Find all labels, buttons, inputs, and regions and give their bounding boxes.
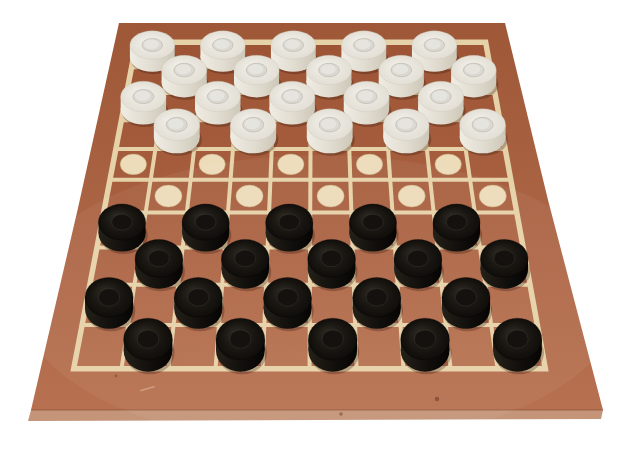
piece-recess-highlight xyxy=(283,91,298,101)
piece-recess xyxy=(112,214,133,230)
black-piece[interactable] xyxy=(263,277,313,331)
black-piece[interactable] xyxy=(308,239,358,291)
piece-recess-highlight xyxy=(135,91,150,101)
white-piece[interactable] xyxy=(230,109,278,156)
piece-recess-highlight xyxy=(397,118,413,129)
piece-recess xyxy=(137,330,158,348)
piece-recess xyxy=(407,250,428,267)
piece-recess-highlight xyxy=(285,39,300,49)
white-piece[interactable] xyxy=(154,109,202,156)
piece-recess-highlight xyxy=(321,118,337,129)
piece-recess-highlight xyxy=(355,39,370,49)
piece-recess xyxy=(235,250,256,267)
black-piece[interactable] xyxy=(401,318,452,374)
piece-recess-highlight xyxy=(209,91,224,101)
piece-recess xyxy=(279,214,300,230)
piece-recess xyxy=(230,330,251,348)
piece-recess-highlight xyxy=(176,64,191,74)
piece-recess-highlight xyxy=(214,39,229,49)
black-piece[interactable] xyxy=(182,204,231,254)
piece-recess xyxy=(363,214,384,230)
piece-recess-highlight xyxy=(358,91,373,101)
black-piece[interactable] xyxy=(442,277,492,331)
piece-recess-highlight xyxy=(474,118,490,129)
piece-recess xyxy=(148,250,169,267)
wood-knot xyxy=(435,397,439,401)
piece-recess xyxy=(98,289,119,307)
black-piece[interactable] xyxy=(480,239,530,291)
piece-recess-highlight xyxy=(168,118,184,129)
piece-recess-highlight xyxy=(245,118,261,129)
wood-knot xyxy=(115,375,118,378)
black-piece[interactable] xyxy=(308,318,359,374)
black-piece[interactable] xyxy=(85,277,135,331)
white-piece[interactable] xyxy=(460,109,508,156)
piece-recess xyxy=(277,289,298,307)
piece-recess-highlight xyxy=(393,64,408,74)
black-piece[interactable] xyxy=(135,239,185,291)
piece-recess xyxy=(321,250,342,267)
piece-recess xyxy=(494,250,515,267)
white-piece[interactable] xyxy=(383,109,431,156)
piece-recess xyxy=(366,289,387,307)
black-piece[interactable] xyxy=(433,204,482,254)
checkers-board-photo xyxy=(0,0,625,453)
piece-recess xyxy=(507,330,528,348)
piece-recess xyxy=(322,330,343,348)
black-piece[interactable] xyxy=(124,318,175,374)
piece-recess-highlight xyxy=(248,64,263,74)
piece-recess xyxy=(188,289,209,307)
black-piece[interactable] xyxy=(493,318,544,374)
black-piece[interactable] xyxy=(349,204,398,254)
black-piece[interactable] xyxy=(221,239,271,291)
piece-recess-highlight xyxy=(426,39,441,49)
black-piece[interactable] xyxy=(394,239,444,291)
piece-recess-highlight xyxy=(320,64,335,74)
wood-knot xyxy=(339,412,343,416)
piece-recess xyxy=(195,214,216,230)
piece-recess xyxy=(414,330,435,348)
piece-recess-highlight xyxy=(432,91,447,101)
draughts-board-svg xyxy=(0,0,625,453)
piece-recess-highlight xyxy=(144,39,159,49)
piece-recess-highlight xyxy=(465,64,480,74)
piece-recess xyxy=(446,214,467,230)
black-piece[interactable] xyxy=(216,318,267,374)
black-piece[interactable] xyxy=(353,277,403,331)
playing-square-circle-mark xyxy=(120,154,146,175)
piece-recess xyxy=(455,289,476,307)
black-piece[interactable] xyxy=(174,277,224,331)
black-piece[interactable] xyxy=(266,204,315,254)
white-piece[interactable] xyxy=(307,109,355,156)
